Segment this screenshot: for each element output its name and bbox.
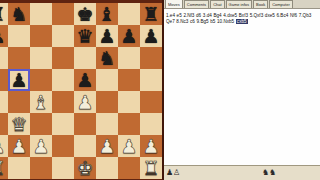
piece-black-knight[interactable]: ♞ <box>96 47 118 69</box>
piece-white-pawn[interactable]: ♟ <box>74 91 96 113</box>
piece-black-pawn[interactable]: ♟ <box>74 69 96 91</box>
square-d1[interactable] <box>52 157 74 179</box>
tab-book[interactable]: Book <box>253 0 268 8</box>
square-f4[interactable] <box>96 91 118 113</box>
square-a7[interactable]: ♟ <box>0 25 8 47</box>
square-d6[interactable] <box>52 47 74 69</box>
piece-black-pawn[interactable]: ♟ <box>96 25 118 47</box>
square-h5[interactable] <box>140 69 162 91</box>
board-background: ♜♞♚♝♜♟♛♟♟♟♞♟♟♝♟♛♟♟♟♟♟♟♜♚♜ <box>0 0 162 180</box>
piece-white-pawn[interactable]: ♟ <box>8 135 30 157</box>
captured-group-left: ♟♙ <box>166 168 180 178</box>
piece-black-pawn[interactable]: ♟ <box>140 25 162 47</box>
panel-tab-bar: MovesCommentsChatGame infosBookComputer <box>164 0 320 9</box>
square-g4[interactable] <box>118 91 140 113</box>
captured-group-right: ♞♞ <box>262 168 276 178</box>
square-e2[interactable] <box>74 135 96 157</box>
square-h1[interactable]: ♜ <box>140 157 162 179</box>
square-a2[interactable]: ♟ <box>0 135 8 157</box>
square-f8[interactable]: ♝ <box>96 3 118 25</box>
square-b6[interactable] <box>8 47 30 69</box>
square-e6[interactable] <box>74 47 96 69</box>
square-f6[interactable]: ♞ <box>96 47 118 69</box>
square-c1[interactable] <box>30 157 52 179</box>
square-b1[interactable] <box>8 157 30 179</box>
square-d7[interactable] <box>52 25 74 47</box>
captured-piece-icon: ♞ <box>269 168 276 178</box>
square-a4[interactable] <box>0 91 8 113</box>
piece-black-pawn[interactable]: ♟ <box>118 25 140 47</box>
square-e4[interactable]: ♟ <box>74 91 96 113</box>
square-g2[interactable]: ♟ <box>118 135 140 157</box>
square-e8[interactable]: ♚ <box>74 3 96 25</box>
square-h3[interactable] <box>140 113 162 135</box>
square-c8[interactable] <box>30 3 52 25</box>
panel-content: 1.e4 e5 2.Nf3 d6 3.d4 Bg4 4.dxe5 Bxf3 5.… <box>164 9 320 166</box>
square-h4[interactable] <box>140 91 162 113</box>
square-e7[interactable]: ♛ <box>74 25 96 47</box>
captured-piece-icon: ♞ <box>262 168 269 178</box>
piece-black-pawn[interactable]: ♟ <box>0 25 8 47</box>
square-e3[interactable] <box>74 113 96 135</box>
square-d5[interactable] <box>52 69 74 91</box>
square-f2[interactable]: ♟ <box>96 135 118 157</box>
piece-white-queen[interactable]: ♛ <box>8 113 30 135</box>
piece-black-rook[interactable]: ♜ <box>0 3 8 25</box>
square-f1[interactable] <box>96 157 118 179</box>
square-g3[interactable] <box>118 113 140 135</box>
square-c3[interactable] <box>30 113 52 135</box>
side-panel: MovesCommentsChatGame infosBookComputer … <box>162 0 320 180</box>
square-c6[interactable] <box>30 47 52 69</box>
square-f7[interactable]: ♟ <box>96 25 118 47</box>
square-h2[interactable]: ♟ <box>140 135 162 157</box>
square-c2[interactable]: ♟ <box>30 135 52 157</box>
piece-black-queen[interactable]: ♛ <box>74 25 96 47</box>
captured-piece-icon: ♟ <box>166 168 173 178</box>
piece-black-pawn[interactable]: ♟ <box>8 69 30 91</box>
piece-white-bishop[interactable]: ♝ <box>30 91 52 113</box>
piece-black-bishop[interactable]: ♝ <box>96 3 118 25</box>
square-a5[interactable] <box>0 69 8 91</box>
piece-white-pawn[interactable]: ♟ <box>96 135 118 157</box>
captured-piece-icon: ♙ <box>173 168 180 178</box>
square-h7[interactable]: ♟ <box>140 25 162 47</box>
square-f3[interactable] <box>96 113 118 135</box>
tab-game-infos[interactable]: Game infos <box>226 0 252 8</box>
piece-black-king[interactable]: ♚ <box>74 3 96 25</box>
square-b7[interactable] <box>8 25 30 47</box>
square-d4[interactable] <box>52 91 74 113</box>
tab-computer[interactable]: Computer <box>269 0 293 8</box>
square-g7[interactable]: ♟ <box>118 25 140 47</box>
square-b2[interactable]: ♟ <box>8 135 30 157</box>
piece-white-pawn[interactable]: ♟ <box>140 135 162 157</box>
piece-black-rook[interactable]: ♜ <box>140 3 162 25</box>
square-g8[interactable] <box>118 3 140 25</box>
move-list[interactable]: 1.e4 e5 2.Nf3 d6 3.d4 Bg4 4.dxe5 Bxf3 5.… <box>166 13 318 25</box>
square-e1[interactable]: ♚ <box>74 157 96 179</box>
tab-chat[interactable]: Chat <box>210 0 224 8</box>
square-g6[interactable] <box>118 47 140 69</box>
square-b5[interactable]: ♟ <box>8 69 30 91</box>
app-window: ♜♞♚♝♜♟♛♟♟♟♞♟♟♝♟♛♟♟♟♟♟♟♜♚♜ MovesCommentsC… <box>0 0 320 180</box>
piece-white-pawn[interactable]: ♟ <box>30 135 52 157</box>
square-c5[interactable] <box>30 69 52 91</box>
square-a1[interactable]: ♜ <box>0 157 8 179</box>
piece-white-rook[interactable]: ♜ <box>140 157 162 179</box>
square-c7[interactable] <box>30 25 52 47</box>
captured-pieces-tray: ♟♙ ♞♞ <box>164 165 320 180</box>
tab-moves[interactable]: Moves <box>165 0 183 8</box>
square-d3[interactable] <box>52 113 74 135</box>
square-a3[interactable] <box>0 113 8 135</box>
square-b3[interactable]: ♛ <box>8 113 30 135</box>
square-h8[interactable]: ♜ <box>140 3 162 25</box>
piece-black-knight[interactable]: ♞ <box>8 3 30 25</box>
square-d2[interactable] <box>52 135 74 157</box>
square-e5[interactable]: ♟ <box>74 69 96 91</box>
current-move-highlight[interactable]: cxb5 <box>236 19 248 24</box>
square-g5[interactable] <box>118 69 140 91</box>
piece-white-pawn[interactable]: ♟ <box>0 135 8 157</box>
square-a6[interactable] <box>0 47 8 69</box>
square-d8[interactable] <box>52 3 74 25</box>
square-c4[interactable]: ♝ <box>30 91 52 113</box>
piece-white-pawn[interactable]: ♟ <box>118 135 140 157</box>
tab-comments[interactable]: Comments <box>184 0 209 8</box>
piece-white-king[interactable]: ♚ <box>74 157 96 179</box>
square-a8[interactable]: ♜ <box>0 3 8 25</box>
square-h6[interactable] <box>140 47 162 69</box>
square-g1[interactable] <box>118 157 140 179</box>
chess-board[interactable]: ♜♞♚♝♜♟♛♟♟♟♞♟♟♝♟♛♟♟♟♟♟♟♜♚♜ <box>0 3 162 179</box>
square-f5[interactable] <box>96 69 118 91</box>
piece-white-rook[interactable]: ♜ <box>0 157 8 179</box>
square-b4[interactable] <box>8 91 30 113</box>
square-b8[interactable]: ♞ <box>8 3 30 25</box>
